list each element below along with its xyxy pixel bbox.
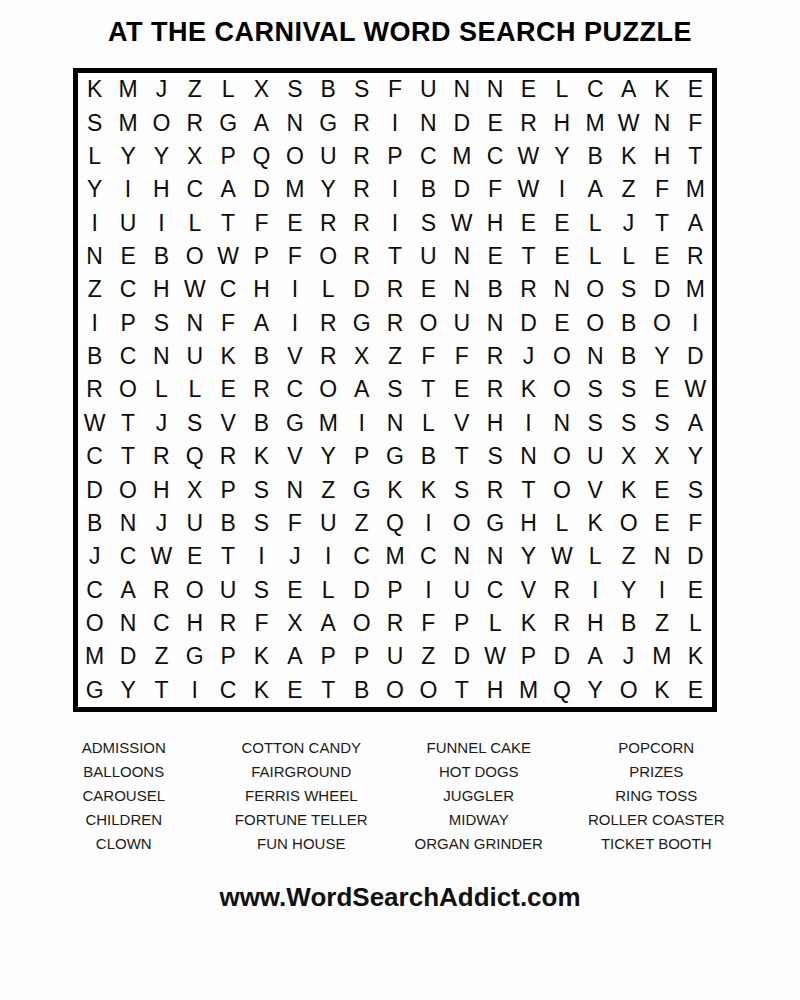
grid-cell-r17c5: R — [211, 607, 244, 640]
word-list-item: POPCORN — [618, 736, 694, 760]
grid-cell-r12c3: R — [145, 440, 178, 473]
grid-cell-r6c3: B — [145, 240, 178, 273]
grid-cell-r3c3: Y — [145, 140, 178, 173]
grid-cell-r3c19: T — [679, 140, 712, 173]
grid-cell-r16c13: C — [478, 574, 511, 607]
grid-cell-r10c11: T — [412, 373, 445, 406]
grid-cell-r9c13: R — [478, 340, 511, 373]
grid-cell-r4c8: Y — [312, 173, 345, 206]
grid-cell-r5c16: L — [579, 206, 612, 239]
grid-cell-r18c16: A — [579, 640, 612, 673]
grid-cell-r4c7: M — [278, 173, 311, 206]
grid-cell-r1c3: J — [145, 73, 178, 106]
grid-cell-r18c10: U — [378, 640, 411, 673]
grid-cell-r4c3: H — [145, 173, 178, 206]
grid-cell-r18c13: W — [478, 640, 511, 673]
grid-cell-r15c13: N — [478, 540, 511, 573]
grid-cell-r17c6: F — [245, 607, 278, 640]
grid-cell-r5c1: I — [78, 206, 111, 239]
grid-cell-r9c11: F — [412, 340, 445, 373]
grid-cell-r12c14: N — [512, 440, 545, 473]
word-list-item: HOT DOGS — [439, 760, 519, 784]
grid-cell-r12c5: R — [211, 440, 244, 473]
grid-cell-r19c3: T — [145, 674, 178, 707]
grid-cell-r17c8: A — [312, 607, 345, 640]
grid-cell-r11c4: S — [178, 407, 211, 440]
grid-cell-r18c8: P — [312, 640, 345, 673]
grid-cell-r8c15: E — [545, 307, 578, 340]
grid-cell-r18c14: P — [512, 640, 545, 673]
grid-cell-r2c13: E — [478, 106, 511, 139]
grid-cell-r18c19: K — [679, 640, 712, 673]
grid-cell-r8c11: O — [412, 307, 445, 340]
grid-cell-r10c10: S — [378, 373, 411, 406]
grid-cell-r2c18: N — [645, 106, 678, 139]
grid-cell-r6c15: E — [545, 240, 578, 273]
word-list-item: FORTUNE TELLER — [235, 808, 368, 832]
grid-cell-r6c6: P — [245, 240, 278, 273]
grid-cell-r15c5: T — [211, 540, 244, 573]
grid-cell-r16c1: C — [78, 574, 111, 607]
grid-cell-r13c4: X — [178, 473, 211, 506]
grid-cell-r4c14: W — [512, 173, 545, 206]
grid-cell-r13c5: P — [211, 473, 244, 506]
grid-cell-r6c2: E — [111, 240, 144, 273]
grid-cell-r16c19: E — [679, 574, 712, 607]
grid-cell-r4c4: C — [178, 173, 211, 206]
grid-cell-r15c18: N — [645, 540, 678, 573]
grid-cell-r6c12: N — [445, 240, 478, 273]
grid-cell-r11c18: S — [645, 407, 678, 440]
grid-cell-r14c8: U — [312, 507, 345, 540]
footer-site-url: www.WordSearchAddict.com — [0, 882, 800, 913]
grid-cell-r4c2: I — [111, 173, 144, 206]
grid-cell-r12c8: Y — [312, 440, 345, 473]
grid-cell-r15c11: C — [412, 540, 445, 573]
grid-cell-r10c5: E — [211, 373, 244, 406]
grid-cell-r16c8: L — [312, 574, 345, 607]
grid-cell-r13c8: Z — [312, 473, 345, 506]
grid-cell-r9c7: V — [278, 340, 311, 373]
grid-cell-r9c3: N — [145, 340, 178, 373]
grid-cell-r2c9: R — [345, 106, 378, 139]
grid-cell-r5c12: W — [445, 206, 478, 239]
word-list-item: JUGGLER — [443, 784, 514, 808]
grid-cell-r12c1: C — [78, 440, 111, 473]
grid-cell-r14c3: J — [145, 507, 178, 540]
grid-cell-r19c12: T — [445, 674, 478, 707]
grid-cell-r8c9: G — [345, 307, 378, 340]
grid-cell-r1c9: S — [345, 73, 378, 106]
grid-cell-r7c12: N — [445, 273, 478, 306]
grid-cell-r11c1: W — [78, 407, 111, 440]
grid-cell-r4c13: F — [478, 173, 511, 206]
grid-cell-r13c2: O — [111, 473, 144, 506]
grid-cell-r10c4: L — [178, 373, 211, 406]
grid-cell-r1c6: X — [245, 73, 278, 106]
grid-cell-r8c18: O — [645, 307, 678, 340]
grid-cell-r3c6: Q — [245, 140, 278, 173]
grid-cell-r14c13: G — [478, 507, 511, 540]
grid-cell-r2c4: R — [178, 106, 211, 139]
grid-cell-r17c19: L — [679, 607, 712, 640]
grid-cell-r16c18: I — [645, 574, 678, 607]
grid-cell-r1c2: M — [111, 73, 144, 106]
grid-cell-r4c6: D — [245, 173, 278, 206]
grid-cell-r17c4: H — [178, 607, 211, 640]
grid-cell-r5c2: U — [111, 206, 144, 239]
grid-cell-r7c2: C — [111, 273, 144, 306]
grid-cell-r11c11: L — [412, 407, 445, 440]
grid-cell-r14c9: Z — [345, 507, 378, 540]
grid-cell-r3c2: Y — [111, 140, 144, 173]
grid-cell-r6c14: T — [512, 240, 545, 273]
grid-cell-r18c1: M — [78, 640, 111, 673]
grid-cell-r1c19: E — [679, 73, 712, 106]
grid-cell-r14c16: K — [579, 507, 612, 540]
grid-cell-r11c2: T — [111, 407, 144, 440]
grid-cell-r11c12: V — [445, 407, 478, 440]
grid-cell-r6c10: T — [378, 240, 411, 273]
grid-cell-r8c19: I — [679, 307, 712, 340]
grid-cell-r19c14: M — [512, 674, 545, 707]
grid-cell-r7c14: R — [512, 273, 545, 306]
grid-cell-r19c2: Y — [111, 674, 144, 707]
grid-cell-r3c16: B — [579, 140, 612, 173]
word-list-item: RING TOSS — [615, 784, 697, 808]
grid-cell-r9c6: B — [245, 340, 278, 373]
grid-cell-r3c14: W — [512, 140, 545, 173]
grid-cell-r5c15: E — [545, 206, 578, 239]
grid-cell-r6c19: R — [679, 240, 712, 273]
grid-cell-r1c18: K — [645, 73, 678, 106]
grid-cell-r16c15: R — [545, 574, 578, 607]
grid-cell-r19c7: E — [278, 674, 311, 707]
grid-cell-r10c17: S — [612, 373, 645, 406]
grid-cell-r5c11: S — [412, 206, 445, 239]
grid-cell-r9c16: N — [579, 340, 612, 373]
grid-cell-r12c17: X — [612, 440, 645, 473]
grid-cell-r9c9: X — [345, 340, 378, 373]
grid-cell-r12c11: B — [412, 440, 445, 473]
grid-cell-r13c16: V — [579, 473, 612, 506]
grid-cell-r15c16: L — [579, 540, 612, 573]
word-list-column-2: COTTON CANDYFAIRGROUNDFERRIS WHEELFORTUN… — [213, 736, 391, 856]
grid-cell-r13c7: N — [278, 473, 311, 506]
grid-cell-r3c1: L — [78, 140, 111, 173]
grid-cell-r17c3: C — [145, 607, 178, 640]
grid-cell-r6c9: R — [345, 240, 378, 273]
grid-cell-r17c1: O — [78, 607, 111, 640]
grid-cell-r8c8: R — [312, 307, 345, 340]
grid-cell-r4c17: Z — [612, 173, 645, 206]
grid-cell-r17c17: B — [612, 607, 645, 640]
grid-cell-r10c8: O — [312, 373, 345, 406]
grid-cell-r18c7: A — [278, 640, 311, 673]
grid-cell-r1c5: L — [211, 73, 244, 106]
grid-cell-r10c13: R — [478, 373, 511, 406]
grid-cell-r17c12: P — [445, 607, 478, 640]
grid-cell-r2c17: W — [612, 106, 645, 139]
grid-cell-r17c13: L — [478, 607, 511, 640]
grid-cell-r16c12: U — [445, 574, 478, 607]
grid-cell-r7c8: L — [312, 273, 345, 306]
grid-cell-r2c14: R — [512, 106, 545, 139]
grid-cell-r19c16: Y — [579, 674, 612, 707]
word-list-item: CLOWN — [96, 832, 152, 856]
grid-cell-r18c18: M — [645, 640, 678, 673]
grid-cell-r6c4: O — [178, 240, 211, 273]
grid-cell-r2c12: D — [445, 106, 478, 139]
grid-cell-r16c17: Y — [612, 574, 645, 607]
grid-cell-r7c4: W — [178, 273, 211, 306]
word-list-item: FAIRGROUND — [251, 760, 351, 784]
grid-cell-r14c10: Q — [378, 507, 411, 540]
grid-cell-r9c5: K — [211, 340, 244, 373]
grid-cell-r18c6: K — [245, 640, 278, 673]
grid-cell-r10c6: R — [245, 373, 278, 406]
grid-cell-r5c13: H — [478, 206, 511, 239]
word-list-item: ADMISSION — [82, 736, 166, 760]
grid-cell-r3c4: X — [178, 140, 211, 173]
grid-cell-r17c14: K — [512, 607, 545, 640]
grid-cell-r6c8: O — [312, 240, 345, 273]
grid-cell-r9c12: F — [445, 340, 478, 373]
grid-cell-r8c17: B — [612, 307, 645, 340]
grid-cell-r15c12: N — [445, 540, 478, 573]
grid-cell-r14c15: L — [545, 507, 578, 540]
grid-cell-r10c1: R — [78, 373, 111, 406]
grid-cell-r12c13: S — [478, 440, 511, 473]
grid-cell-r8c5: F — [211, 307, 244, 340]
grid-cell-r14c1: B — [78, 507, 111, 540]
grid-cell-r16c10: P — [378, 574, 411, 607]
grid-cell-r3c5: P — [211, 140, 244, 173]
grid-cell-r7c13: B — [478, 273, 511, 306]
grid-cell-r8c7: I — [278, 307, 311, 340]
grid-cell-r5c7: E — [278, 206, 311, 239]
grid-cell-r7c18: D — [645, 273, 678, 306]
grid-cell-r11c6: B — [245, 407, 278, 440]
puzzle-page: AT THE CARNIVAL WORD SEARCH PUZZLE KMJZL… — [0, 0, 800, 1000]
grid-cell-r4c16: A — [579, 173, 612, 206]
word-list-item: PRIZES — [629, 760, 683, 784]
grid-cell-r4c12: D — [445, 173, 478, 206]
grid-cell-r14c11: I — [412, 507, 445, 540]
grid-cell-r11c10: N — [378, 407, 411, 440]
grid-cell-r15c10: M — [378, 540, 411, 573]
grid-cell-r8c12: U — [445, 307, 478, 340]
grid-cell-r10c2: O — [111, 373, 144, 406]
grid-cell-r1c16: C — [579, 73, 612, 106]
grid-cell-r10c9: A — [345, 373, 378, 406]
grid-cell-r3c18: H — [645, 140, 678, 173]
grid-cell-r3c15: Y — [545, 140, 578, 173]
grid-cell-r13c1: D — [78, 473, 111, 506]
grid-cell-r5c19: A — [679, 206, 712, 239]
grid-cell-r15c6: I — [245, 540, 278, 573]
grid-cell-r18c9: P — [345, 640, 378, 673]
grid-cell-r7c15: N — [545, 273, 578, 306]
grid-cell-r1c4: Z — [178, 73, 211, 106]
grid-cell-r11c17: S — [612, 407, 645, 440]
grid-cell-r19c9: B — [345, 674, 378, 707]
grid-cell-r15c15: W — [545, 540, 578, 573]
grid-cell-r19c1: G — [78, 674, 111, 707]
grid-cell-r2c11: N — [412, 106, 445, 139]
grid-cell-r17c16: H — [579, 607, 612, 640]
grid-cell-r17c2: N — [111, 607, 144, 640]
grid-cell-r1c8: B — [312, 73, 345, 106]
grid-cell-r4c9: R — [345, 173, 378, 206]
grid-cell-r10c19: W — [679, 373, 712, 406]
grid-cell-r18c4: G — [178, 640, 211, 673]
grid-cell-r2c7: N — [278, 106, 311, 139]
word-list-item: MIDWAY — [449, 808, 509, 832]
grid-cell-r19c10: O — [378, 674, 411, 707]
word-list-item: FERRIS WHEEL — [245, 784, 358, 808]
grid-cell-r16c6: S — [245, 574, 278, 607]
word-list-item: ORGAN GRINDER — [415, 832, 543, 856]
grid-cell-r8c13: N — [478, 307, 511, 340]
word-list-column-1: ADMISSIONBALLOONSCAROUSELCHILDRENCLOWN — [35, 736, 213, 856]
grid-cell-r15c2: C — [111, 540, 144, 573]
grid-cell-r9c14: J — [512, 340, 545, 373]
grid-cell-r1c7: S — [278, 73, 311, 106]
word-list-item: ROLLER COASTER — [588, 808, 725, 832]
grid-cell-r14c7: F — [278, 507, 311, 540]
grid-cell-r5c6: F — [245, 206, 278, 239]
grid-cell-r19c17: O — [612, 674, 645, 707]
grid-cell-r5c5: T — [211, 206, 244, 239]
grid-cell-r3c12: M — [445, 140, 478, 173]
grid-cell-r10c12: E — [445, 373, 478, 406]
grid-cell-r18c15: D — [545, 640, 578, 673]
grid-cell-r2c15: H — [545, 106, 578, 139]
word-list-item: COTTON CANDY — [241, 736, 361, 760]
grid-cell-r13c12: S — [445, 473, 478, 506]
grid-cell-r14c6: S — [245, 507, 278, 540]
grid-cell-r2c16: M — [579, 106, 612, 139]
grid-cell-r17c18: Z — [645, 607, 678, 640]
grid-cell-r14c5: B — [211, 507, 244, 540]
grid-cell-r1c13: N — [478, 73, 511, 106]
word-list-column-3: FUNNEL CAKEHOT DOGSJUGGLERMIDWAYORGAN GR… — [390, 736, 568, 856]
word-search-grid: KMJZLXSBSFUNNELCAKESMORGANGRINDERHMWNFLY… — [73, 68, 717, 712]
grid-cell-r9c1: B — [78, 340, 111, 373]
word-list-column-4: POPCORNPRIZESRING TOSSROLLER COASTERTICK… — [568, 736, 746, 856]
grid-cell-r19c15: Q — [545, 674, 578, 707]
grid-cell-r15c8: I — [312, 540, 345, 573]
grid-cell-r3c13: C — [478, 140, 511, 173]
grid-cell-r6c11: U — [412, 240, 445, 273]
grid-cell-r13c6: S — [245, 473, 278, 506]
grid-cell-r11c16: S — [579, 407, 612, 440]
grid-cell-r7c16: O — [579, 273, 612, 306]
grid-cell-r8c6: A — [245, 307, 278, 340]
grid-cell-r2c2: M — [111, 106, 144, 139]
grid-cell-r12c2: T — [111, 440, 144, 473]
grid-cell-r9c10: Z — [378, 340, 411, 373]
grid-cell-r9c17: B — [612, 340, 645, 373]
word-list-item: BALLOONS — [83, 760, 164, 784]
grid-cell-r1c10: F — [378, 73, 411, 106]
grid-cell-r13c3: H — [145, 473, 178, 506]
grid-cell-r13c14: T — [512, 473, 545, 506]
grid-cell-r3c9: R — [345, 140, 378, 173]
grid-cell-r9c4: U — [178, 340, 211, 373]
grid-cell-r11c13: H — [478, 407, 511, 440]
grid-cell-r12c18: X — [645, 440, 678, 473]
grid-cell-r6c7: F — [278, 240, 311, 273]
grid-cell-r5c10: I — [378, 206, 411, 239]
grid-cell-r4c10: I — [378, 173, 411, 206]
grid-cell-r1c17: A — [612, 73, 645, 106]
grid-cell-r12c19: Y — [679, 440, 712, 473]
grid-cell-r1c14: E — [512, 73, 545, 106]
grid-cell-r19c5: C — [211, 674, 244, 707]
grid-cell-r16c11: I — [412, 574, 445, 607]
grid-cell-r8c4: N — [178, 307, 211, 340]
grid-cell-r7c6: H — [245, 273, 278, 306]
grid-cell-r2c5: G — [211, 106, 244, 139]
grid-cell-r18c3: Z — [145, 640, 178, 673]
grid-cell-r14c2: N — [111, 507, 144, 540]
grid-cell-r17c10: R — [378, 607, 411, 640]
grid-cell-r11c14: I — [512, 407, 545, 440]
grid-cell-r3c8: U — [312, 140, 345, 173]
grid-cell-r8c1: I — [78, 307, 111, 340]
word-list: ADMISSIONBALLOONSCAROUSELCHILDRENCLOWNCO… — [35, 736, 745, 856]
grid-cell-r8c16: O — [579, 307, 612, 340]
grid-cell-r12c12: T — [445, 440, 478, 473]
grid-cell-r17c15: R — [545, 607, 578, 640]
grid-cell-r16c7: E — [278, 574, 311, 607]
grid-cell-r4c15: I — [545, 173, 578, 206]
grid-cell-r6c17: L — [612, 240, 645, 273]
grid-cell-r13c17: K — [612, 473, 645, 506]
grid-cell-r14c12: O — [445, 507, 478, 540]
grid-cell-r3c10: P — [378, 140, 411, 173]
grid-cell-r10c18: E — [645, 373, 678, 406]
grid-cell-r8c10: R — [378, 307, 411, 340]
grid-cell-r16c3: R — [145, 574, 178, 607]
grid-cell-r6c1: N — [78, 240, 111, 273]
grid-cell-r5c4: L — [178, 206, 211, 239]
grid-cell-r7c5: C — [211, 273, 244, 306]
grid-cell-r11c5: V — [211, 407, 244, 440]
grid-cell-r6c18: E — [645, 240, 678, 273]
grid-cell-r4c18: F — [645, 173, 678, 206]
grid-cell-r10c15: O — [545, 373, 578, 406]
grid-cell-r9c15: O — [545, 340, 578, 373]
grid-cell-r10c7: C — [278, 373, 311, 406]
grid-cell-r16c4: O — [178, 574, 211, 607]
grid-cell-r7c9: D — [345, 273, 378, 306]
grid-cell-r16c5: U — [211, 574, 244, 607]
grid-cell-r15c17: Z — [612, 540, 645, 573]
grid-cell-r19c8: T — [312, 674, 345, 707]
grid-cell-r6c16: L — [579, 240, 612, 273]
grid-cell-r14c4: U — [178, 507, 211, 540]
grid-cell-r19c13: H — [478, 674, 511, 707]
grid-cell-r9c19: D — [679, 340, 712, 373]
grid-cell-r13c9: G — [345, 473, 378, 506]
grid-cell-r13c19: S — [679, 473, 712, 506]
grid-cell-r12c4: Q — [178, 440, 211, 473]
grid-cell-r8c14: D — [512, 307, 545, 340]
grid-cell-r18c17: J — [612, 640, 645, 673]
